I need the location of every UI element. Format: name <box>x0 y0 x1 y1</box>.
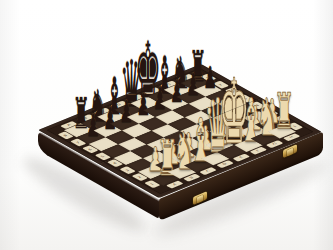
clasp-icon <box>193 191 207 205</box>
chess-set-photo: AA88BB77CC66DD55EE44FF33GG22HH11 ♜♞♝♛♚♝♞… <box>0 0 333 250</box>
chessboard-surface: AA88BB77CC66DD55EE44FF33GG22HH11 ♜♞♝♛♚♝♞… <box>38 64 322 198</box>
